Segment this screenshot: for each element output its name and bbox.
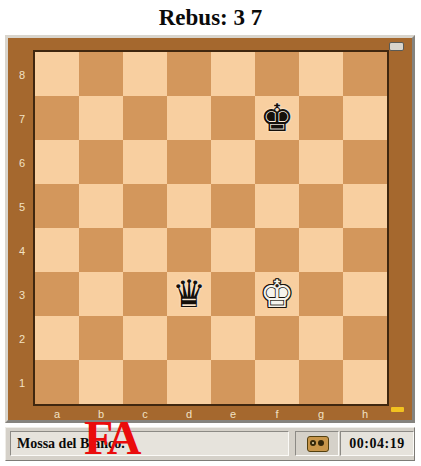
game-clock-field: 00:04:19 (340, 431, 414, 456)
square-h8[interactable] (343, 52, 387, 96)
square-e7[interactable] (211, 96, 255, 140)
square-e1[interactable] (211, 360, 255, 404)
square-c1[interactable] (123, 360, 167, 404)
square-h5[interactable] (343, 184, 387, 228)
square-e2[interactable] (211, 316, 255, 360)
watermark-text: FA (84, 414, 138, 462)
square-c7[interactable] (123, 96, 167, 140)
rank-label-7: 7 (14, 96, 30, 140)
status-bar: Mossa del Bianco. 00:04:19 (5, 427, 415, 461)
square-f1[interactable] (255, 360, 299, 404)
square-c8[interactable] (123, 52, 167, 96)
square-d4[interactable] (167, 228, 211, 272)
square-g5[interactable] (299, 184, 343, 228)
square-d5[interactable] (167, 184, 211, 228)
square-h2[interactable] (343, 316, 387, 360)
square-a6[interactable] (35, 140, 79, 184)
square-b1[interactable] (79, 360, 123, 404)
rank-label-3: 3 (14, 272, 30, 316)
board-frame: ♚♛♚ 87654321abcdefgh (8, 38, 412, 420)
chess-app-window: Rebus: 3 7 ♚♛♚ 87654321abcdefgh Mossa de… (0, 0, 421, 466)
square-e5[interactable] (211, 184, 255, 228)
square-c2[interactable] (123, 316, 167, 360)
resize-handle-icon[interactable] (391, 407, 404, 412)
file-label-d: d (167, 407, 211, 421)
square-d7[interactable] (167, 96, 211, 140)
square-e3[interactable] (211, 272, 255, 316)
square-g7[interactable] (299, 96, 343, 140)
square-f5[interactable] (255, 184, 299, 228)
square-b8[interactable] (79, 52, 123, 96)
square-c3[interactable] (123, 272, 167, 316)
square-f6[interactable] (255, 140, 299, 184)
square-h7[interactable] (343, 96, 387, 140)
square-h3[interactable] (343, 272, 387, 316)
white-king-f3[interactable]: ♚ (255, 272, 299, 316)
rank-label-4: 4 (14, 228, 30, 272)
file-label-f: f (255, 407, 299, 421)
square-a4[interactable] (35, 228, 79, 272)
rank-label-2: 2 (14, 316, 30, 360)
square-d6[interactable] (167, 140, 211, 184)
rank-label-5: 5 (14, 184, 30, 228)
square-a7[interactable] (35, 96, 79, 140)
square-a3[interactable] (35, 272, 79, 316)
square-e8[interactable] (211, 52, 255, 96)
square-g2[interactable] (299, 316, 343, 360)
status-message-field: Mossa del Bianco. (10, 431, 289, 456)
page-title: Rebus: 3 7 (0, 2, 421, 34)
square-c6[interactable] (123, 140, 167, 184)
square-d2[interactable] (167, 316, 211, 360)
square-e4[interactable] (211, 228, 255, 272)
square-g3[interactable] (299, 272, 343, 316)
square-a5[interactable] (35, 184, 79, 228)
square-b4[interactable] (79, 228, 123, 272)
black-queen-d3[interactable]: ♛ (167, 272, 211, 316)
black-king-f7[interactable]: ♚ (255, 96, 299, 140)
square-c4[interactable] (123, 228, 167, 272)
square-d8[interactable] (167, 52, 211, 96)
board-panel: ♚♛♚ 87654321abcdefgh (5, 35, 415, 423)
square-a8[interactable] (35, 52, 79, 96)
square-g6[interactable] (299, 140, 343, 184)
clock-icon-cell (295, 431, 339, 456)
square-e6[interactable] (211, 140, 255, 184)
square-a2[interactable] (35, 316, 79, 360)
square-b6[interactable] (79, 140, 123, 184)
game-clock-time: 00:04:19 (341, 432, 413, 455)
square-d1[interactable] (167, 360, 211, 404)
square-a1[interactable] (35, 360, 79, 404)
square-b3[interactable] (79, 272, 123, 316)
minimize-icon[interactable] (389, 42, 404, 51)
file-label-g: g (299, 407, 343, 421)
alarm-clock-icon (307, 436, 329, 452)
square-g1[interactable] (299, 360, 343, 404)
square-g8[interactable] (299, 52, 343, 96)
status-message: Mossa del Bianco. (11, 432, 288, 455)
rank-label-6: 6 (14, 140, 30, 184)
square-h6[interactable] (343, 140, 387, 184)
square-f2[interactable] (255, 316, 299, 360)
square-h4[interactable] (343, 228, 387, 272)
square-g4[interactable] (299, 228, 343, 272)
square-b5[interactable] (79, 184, 123, 228)
rank-label-1: 1 (14, 360, 30, 404)
square-f4[interactable] (255, 228, 299, 272)
chess-board: ♚♛♚ (33, 50, 389, 406)
square-f8[interactable] (255, 52, 299, 96)
square-b7[interactable] (79, 96, 123, 140)
square-b2[interactable] (79, 316, 123, 360)
file-label-h: h (343, 407, 387, 421)
file-label-e: e (211, 407, 255, 421)
square-c5[interactable] (123, 184, 167, 228)
square-h1[interactable] (343, 360, 387, 404)
file-label-a: a (35, 407, 79, 421)
rank-label-8: 8 (14, 52, 30, 96)
